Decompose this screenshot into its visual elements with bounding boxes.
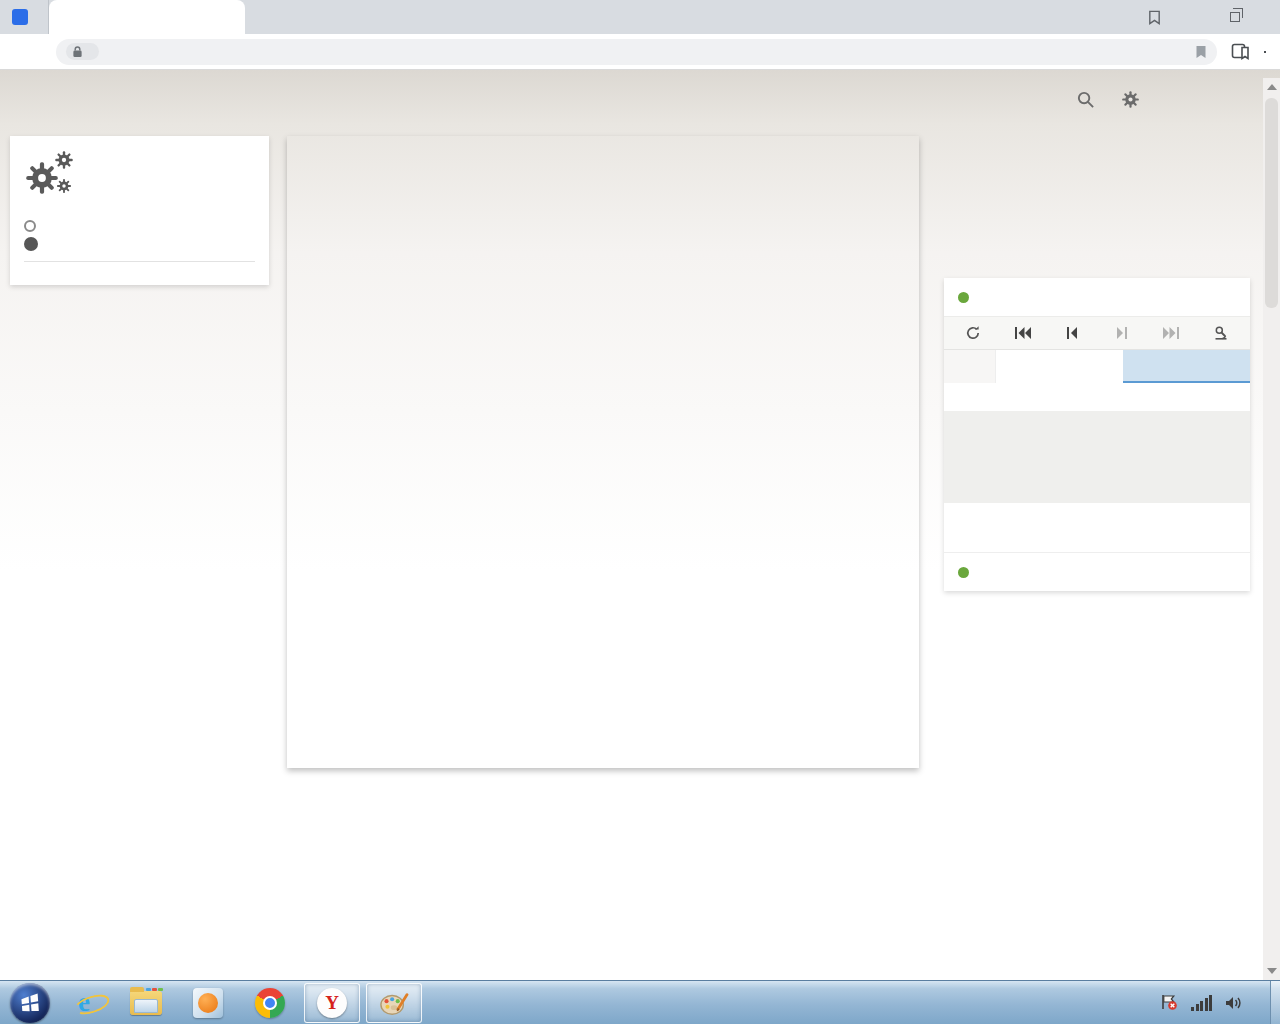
tab-mailru[interactable]	[0, 0, 49, 34]
yandex-browser-icon: Y	[317, 988, 347, 1018]
online-status-icon	[958, 292, 969, 303]
volume-icon[interactable]	[1225, 995, 1243, 1011]
move-number	[944, 350, 996, 383]
browser-toolbar	[0, 34, 1280, 70]
game-result-text	[24, 271, 255, 275]
action-center-flag-icon[interactable]	[1160, 994, 1178, 1011]
game-info-box	[10, 136, 269, 285]
taskbar-yandex-button[interactable]: Y	[304, 983, 360, 1023]
site-chip[interactable]	[66, 43, 99, 60]
internet-explorer-icon: e	[78, 987, 90, 1018]
media-player-icon	[193, 988, 223, 1018]
move-list	[944, 350, 1250, 383]
first-move-icon[interactable]	[1010, 320, 1036, 346]
bookmark-panel-icon[interactable]	[1147, 10, 1162, 25]
show-desktop-button[interactable]	[1270, 981, 1280, 1024]
replay-controls	[944, 316, 1250, 350]
flip-board-icon[interactable]	[960, 320, 986, 346]
scroll-up-icon[interactable]	[1267, 84, 1277, 90]
taskbar-wmp-button[interactable]	[180, 983, 236, 1023]
analysis-microscope-icon[interactable]	[1208, 320, 1234, 346]
lichess-knight-favicon-icon	[61, 9, 77, 25]
tab-lichess[interactable]	[49, 0, 245, 34]
scrollbar-thumb[interactable]	[1265, 98, 1278, 308]
white-side-icon	[24, 220, 36, 232]
desktop: e Y	[0, 0, 1280, 1024]
page-scrollbar[interactable]	[1263, 78, 1280, 980]
chess-board[interactable]	[287, 136, 919, 768]
chrome-icon	[255, 988, 285, 1018]
lock-icon	[72, 45, 83, 58]
mailru-favicon-icon	[12, 9, 28, 25]
scroll-down-icon[interactable]	[1267, 968, 1277, 974]
taskbar-ie-button[interactable]: e	[56, 983, 112, 1023]
taskbar-chrome-button[interactable]	[242, 983, 298, 1023]
downloads-icon[interactable]	[1264, 51, 1266, 53]
taskbar-explorer-button[interactable]	[118, 983, 174, 1023]
last-move-icon[interactable]	[1158, 320, 1184, 346]
search-icon[interactable]	[1076, 90, 1095, 109]
black-side-icon	[24, 237, 38, 251]
previous-move-icon[interactable]	[1059, 320, 1085, 346]
lichess-page	[0, 70, 1280, 980]
online-status-icon	[958, 567, 969, 578]
taskbar-paint-button[interactable]	[366, 983, 422, 1023]
analyze-game-button[interactable]	[944, 503, 1250, 553]
system-tray	[1134, 994, 1270, 1011]
site-header	[0, 70, 1260, 132]
start-button[interactable]	[10, 983, 50, 1023]
paint-icon	[379, 989, 409, 1017]
file-explorer-icon	[130, 991, 162, 1015]
collections-icon[interactable]	[1231, 43, 1250, 60]
side-panel	[944, 278, 1250, 591]
rematch-button[interactable]	[944, 411, 1250, 503]
correspondence-gears-icon	[24, 148, 76, 210]
taskbar: e Y	[0, 980, 1280, 1024]
network-signal-icon[interactable]	[1191, 995, 1212, 1011]
bookmark-icon[interactable]	[1195, 45, 1207, 59]
next-move-icon[interactable]	[1109, 320, 1135, 346]
opponent-row	[944, 278, 1250, 316]
player-row	[944, 553, 1250, 591]
move-white[interactable]	[996, 350, 1123, 383]
browser-tab-bar	[0, 0, 1280, 34]
address-bar[interactable]	[56, 39, 1217, 65]
move-black-current[interactable]	[1123, 350, 1250, 383]
gear-icon[interactable]	[1121, 90, 1140, 109]
restore-button[interactable]	[1230, 12, 1240, 22]
